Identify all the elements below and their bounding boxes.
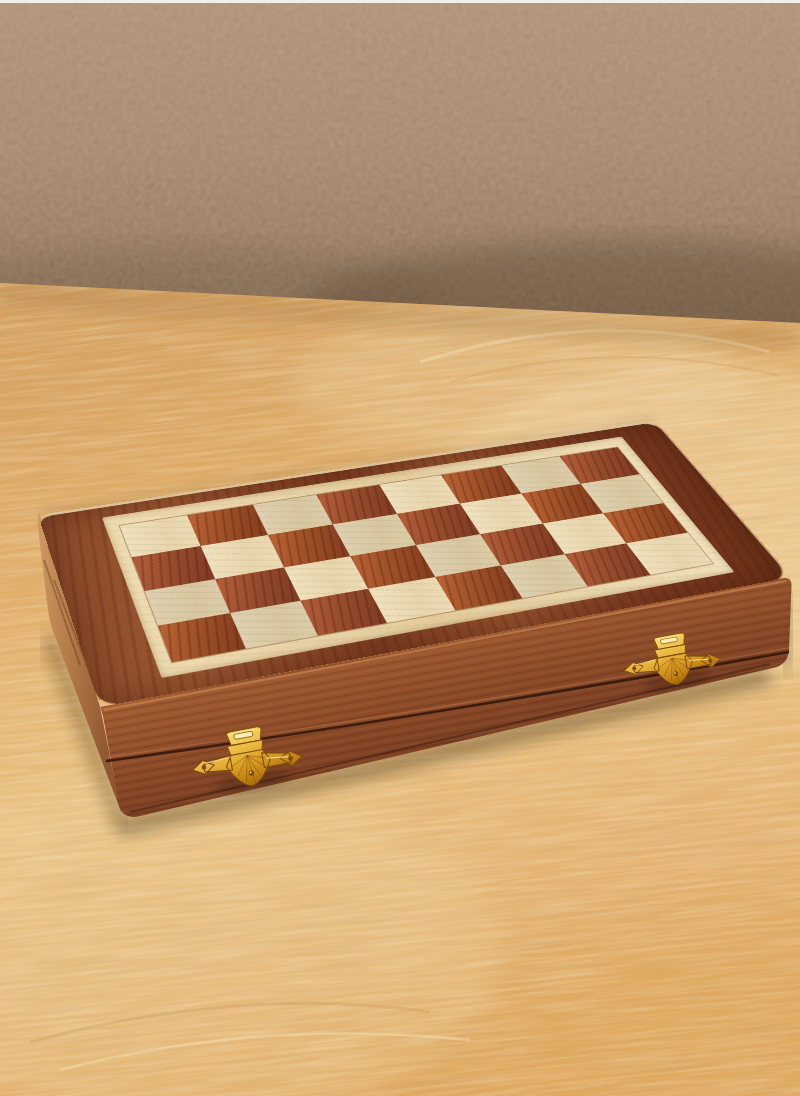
top-edge-strip: [0, 0, 800, 3]
product-photo-scene: [0, 0, 800, 1096]
